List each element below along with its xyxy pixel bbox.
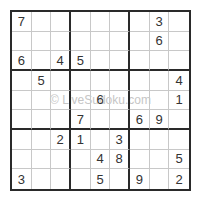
cell-r7c8[interactable] <box>150 130 170 150</box>
cell-r1c2[interactable] <box>32 12 52 32</box>
cell-r3c7[interactable] <box>130 51 150 71</box>
cell-r5c4[interactable] <box>71 91 91 111</box>
cell-r5c5[interactable]: 6 <box>91 91 111 111</box>
cell-r8c2[interactable] <box>32 150 52 170</box>
cell-r2c8[interactable]: 6 <box>150 32 170 52</box>
cell-r9c6[interactable] <box>110 169 130 189</box>
cell-r4c3[interactable] <box>51 71 71 91</box>
cell-r1c1[interactable]: 7 <box>12 12 32 32</box>
cell-r3c5[interactable] <box>91 51 111 71</box>
cell-r4c9[interactable]: 4 <box>169 71 189 91</box>
cell-r1c5[interactable] <box>91 12 111 32</box>
cell-r4c2[interactable]: 5 <box>32 71 52 91</box>
cell-r5c1[interactable] <box>12 91 32 111</box>
cell-r3c9[interactable] <box>169 51 189 71</box>
cell-r6c9[interactable] <box>169 110 189 130</box>
cell-r8c9[interactable]: 5 <box>169 150 189 170</box>
cell-r5c2[interactable] <box>32 91 52 111</box>
cell-r6c3[interactable] <box>51 110 71 130</box>
cell-r3c2[interactable] <box>32 51 52 71</box>
cell-r5c7[interactable] <box>130 91 150 111</box>
cell-r9c2[interactable] <box>32 169 52 189</box>
cell-r9c1[interactable]: 3 <box>12 169 32 189</box>
cell-r6c4[interactable]: 7 <box>71 110 91 130</box>
cell-r4c4[interactable] <box>71 71 91 91</box>
cell-r7c7[interactable] <box>130 130 150 150</box>
cell-r1c6[interactable] <box>110 12 130 32</box>
cell-r7c2[interactable] <box>32 130 52 150</box>
cell-r2c9[interactable] <box>169 32 189 52</box>
cell-r6c2[interactable] <box>32 110 52 130</box>
cell-r2c6[interactable] <box>110 32 130 52</box>
cell-r7c5[interactable] <box>91 130 111 150</box>
cell-r1c8[interactable]: 3 <box>150 12 170 32</box>
cell-r2c7[interactable] <box>130 32 150 52</box>
cell-r4c7[interactable] <box>130 71 150 91</box>
cell-r2c1[interactable] <box>12 32 32 52</box>
cell-r8c8[interactable] <box>150 150 170 170</box>
cell-r3c8[interactable] <box>150 51 170 71</box>
cell-r3c6[interactable] <box>110 51 130 71</box>
cell-r6c7[interactable]: 6 <box>130 110 150 130</box>
cell-r7c6[interactable]: 3 <box>110 130 130 150</box>
cell-r3c4[interactable]: 5 <box>71 51 91 71</box>
cell-r7c1[interactable] <box>12 130 32 150</box>
cell-r1c7[interactable] <box>130 12 150 32</box>
cell-r9c8[interactable] <box>150 169 170 189</box>
cell-r4c6[interactable] <box>110 71 130 91</box>
cell-r6c6[interactable] <box>110 110 130 130</box>
cell-r2c5[interactable] <box>91 32 111 52</box>
cell-r5c8[interactable] <box>150 91 170 111</box>
cell-r5c3[interactable] <box>51 91 71 111</box>
cell-r9c4[interactable] <box>71 169 91 189</box>
cell-r8c5[interactable]: 4 <box>91 150 111 170</box>
cell-r1c9[interactable] <box>169 12 189 32</box>
cell-r9c5[interactable]: 5 <box>91 169 111 189</box>
cell-r2c4[interactable] <box>71 32 91 52</box>
cell-r8c6[interactable]: 8 <box>110 150 130 170</box>
cell-r4c8[interactable] <box>150 71 170 91</box>
cell-r8c4[interactable] <box>71 150 91 170</box>
cell-r9c9[interactable]: 2 <box>169 169 189 189</box>
cell-r8c3[interactable] <box>51 150 71 170</box>
cell-r7c3[interactable]: 2 <box>51 130 71 150</box>
cell-r8c7[interactable] <box>130 150 150 170</box>
cell-r6c8[interactable]: 9 <box>150 110 170 130</box>
cell-r9c7[interactable]: 9 <box>130 169 150 189</box>
sudoku-board: 73664554617692134853592 <box>10 10 191 191</box>
cell-r3c3[interactable]: 4 <box>51 51 71 71</box>
cell-r9c3[interactable] <box>51 169 71 189</box>
cell-r3c1[interactable]: 6 <box>12 51 32 71</box>
cell-r6c5[interactable] <box>91 110 111 130</box>
cell-r5c6[interactable] <box>110 91 130 111</box>
cell-r2c3[interactable] <box>51 32 71 52</box>
cell-r1c4[interactable] <box>71 12 91 32</box>
cell-r1c3[interactable] <box>51 12 71 32</box>
cell-r6c1[interactable] <box>12 110 32 130</box>
cell-r7c9[interactable] <box>169 130 189 150</box>
cell-r4c1[interactable] <box>12 71 32 91</box>
cell-r2c2[interactable] <box>32 32 52 52</box>
cell-r8c1[interactable] <box>12 150 32 170</box>
cell-r7c4[interactable]: 1 <box>71 130 91 150</box>
cell-r4c5[interactable] <box>91 71 111 91</box>
cell-r5c9[interactable]: 1 <box>169 91 189 111</box>
